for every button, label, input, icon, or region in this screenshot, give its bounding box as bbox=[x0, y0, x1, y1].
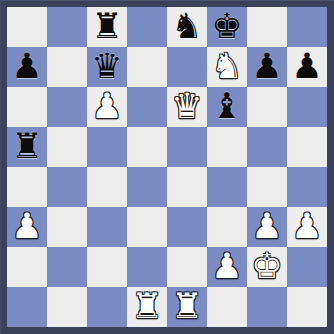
square-h5[interactable] bbox=[287, 127, 327, 167]
black-queen-icon[interactable]: ♛ bbox=[91, 47, 122, 86]
square-d7[interactable] bbox=[127, 47, 167, 87]
square-a5[interactable]: ♜ bbox=[7, 127, 47, 167]
square-h4[interactable] bbox=[287, 167, 327, 207]
white-pawn-icon[interactable]: ♟ bbox=[211, 247, 242, 286]
square-b8[interactable] bbox=[47, 7, 87, 47]
square-g7[interactable]: ♟ bbox=[247, 47, 287, 87]
black-rook-icon[interactable]: ♜ bbox=[91, 7, 122, 46]
square-h6[interactable] bbox=[287, 87, 327, 127]
white-knight-icon[interactable]: ♞ bbox=[211, 47, 242, 86]
square-c4[interactable] bbox=[87, 167, 127, 207]
square-f8[interactable]: ♚ bbox=[207, 7, 247, 47]
square-f5[interactable] bbox=[207, 127, 247, 167]
square-d8[interactable] bbox=[127, 7, 167, 47]
square-f7[interactable]: ♞ bbox=[207, 47, 247, 87]
white-king-icon[interactable]: ♚ bbox=[251, 247, 282, 286]
square-d3[interactable] bbox=[127, 207, 167, 247]
square-f3[interactable] bbox=[207, 207, 247, 247]
square-a4[interactable] bbox=[7, 167, 47, 207]
white-pawn-icon[interactable]: ♟ bbox=[251, 207, 282, 246]
square-d2[interactable] bbox=[127, 247, 167, 287]
square-h7[interactable]: ♟ bbox=[287, 47, 327, 87]
square-a7[interactable]: ♟ bbox=[7, 47, 47, 87]
square-c7[interactable]: ♛ bbox=[87, 47, 127, 87]
square-e1[interactable]: ♜ bbox=[167, 287, 207, 327]
square-h1[interactable] bbox=[287, 287, 327, 327]
square-f4[interactable] bbox=[207, 167, 247, 207]
square-b1[interactable] bbox=[47, 287, 87, 327]
square-c1[interactable] bbox=[87, 287, 127, 327]
square-e6[interactable]: ♛ bbox=[167, 87, 207, 127]
square-e7[interactable] bbox=[167, 47, 207, 87]
square-h8[interactable] bbox=[287, 7, 327, 47]
square-f1[interactable] bbox=[207, 287, 247, 327]
square-e8[interactable]: ♞ bbox=[167, 7, 207, 47]
black-pawn-icon[interactable]: ♟ bbox=[11, 47, 42, 86]
white-queen-icon[interactable]: ♛ bbox=[171, 87, 202, 126]
black-pawn-icon[interactable]: ♟ bbox=[251, 47, 282, 86]
square-f6[interactable]: ♝ bbox=[207, 87, 247, 127]
square-g2[interactable]: ♚ bbox=[247, 247, 287, 287]
square-g5[interactable] bbox=[247, 127, 287, 167]
square-d1[interactable]: ♜ bbox=[127, 287, 167, 327]
square-c5[interactable] bbox=[87, 127, 127, 167]
square-e4[interactable] bbox=[167, 167, 207, 207]
black-king-icon[interactable]: ♚ bbox=[211, 7, 242, 46]
square-b7[interactable] bbox=[47, 47, 87, 87]
white-pawn-icon[interactable]: ♟ bbox=[291, 207, 322, 246]
square-b3[interactable] bbox=[47, 207, 87, 247]
square-h2[interactable] bbox=[287, 247, 327, 287]
square-b2[interactable] bbox=[47, 247, 87, 287]
square-a2[interactable] bbox=[7, 247, 47, 287]
white-pawn-icon[interactable]: ♟ bbox=[91, 87, 122, 126]
square-b4[interactable] bbox=[47, 167, 87, 207]
square-b6[interactable] bbox=[47, 87, 87, 127]
black-pawn-icon[interactable]: ♟ bbox=[291, 47, 322, 86]
square-d4[interactable] bbox=[127, 167, 167, 207]
square-b5[interactable] bbox=[47, 127, 87, 167]
square-g1[interactable] bbox=[247, 287, 287, 327]
square-c2[interactable] bbox=[87, 247, 127, 287]
black-rook-icon[interactable]: ♜ bbox=[11, 127, 42, 166]
square-f2[interactable]: ♟ bbox=[207, 247, 247, 287]
square-d6[interactable] bbox=[127, 87, 167, 127]
square-g4[interactable] bbox=[247, 167, 287, 207]
square-a6[interactable] bbox=[7, 87, 47, 127]
square-e5[interactable] bbox=[167, 127, 207, 167]
square-d5[interactable] bbox=[127, 127, 167, 167]
white-rook-icon[interactable]: ♜ bbox=[131, 287, 162, 326]
square-c8[interactable]: ♜ bbox=[87, 7, 127, 47]
square-g3[interactable]: ♟ bbox=[247, 207, 287, 247]
chess-board-frame: ♜♞♚♟♛♞♟♟♟♛♝♜♟♟♟♟♚♜♜ bbox=[0, 0, 334, 334]
square-e2[interactable] bbox=[167, 247, 207, 287]
square-h3[interactable]: ♟ bbox=[287, 207, 327, 247]
white-rook-icon[interactable]: ♜ bbox=[171, 287, 202, 326]
black-knight-icon[interactable]: ♞ bbox=[171, 7, 202, 46]
square-a8[interactable] bbox=[7, 7, 47, 47]
square-a1[interactable] bbox=[7, 287, 47, 327]
square-a3[interactable]: ♟ bbox=[7, 207, 47, 247]
square-e3[interactable] bbox=[167, 207, 207, 247]
square-g6[interactable] bbox=[247, 87, 287, 127]
black-bishop-icon[interactable]: ♝ bbox=[211, 87, 242, 126]
chess-board: ♜♞♚♟♛♞♟♟♟♛♝♜♟♟♟♟♚♜♜ bbox=[7, 7, 327, 327]
white-pawn-icon[interactable]: ♟ bbox=[11, 207, 42, 246]
square-c3[interactable] bbox=[87, 207, 127, 247]
square-c6[interactable]: ♟ bbox=[87, 87, 127, 127]
square-g8[interactable] bbox=[247, 7, 287, 47]
